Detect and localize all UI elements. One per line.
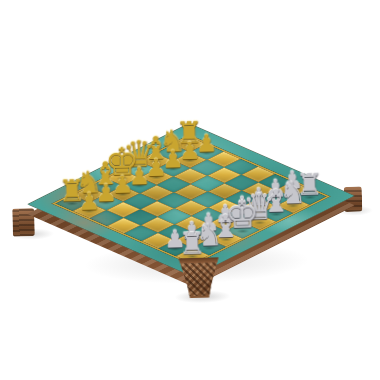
product-photo: ♜♟♟♜♞♟♟♞♝♟♟♝♛♟♟♛♚♟♟♚♝♟♟♝♞♟♟♞♜♟♟♜ [0,0,380,380]
camera-tilt: ♜♟♟♜♞♟♟♞♝♟♟♝♛♟♟♛♚♟♟♚♝♟♟♝♞♟♟♞♜♟♟♜ [0,0,380,380]
